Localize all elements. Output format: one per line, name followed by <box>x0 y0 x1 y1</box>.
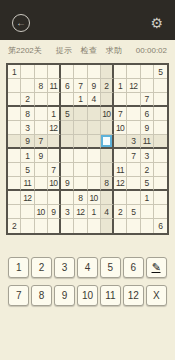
cell-r9c11[interactable]: 5 <box>141 177 154 191</box>
cell-r8c12[interactable] <box>154 163 167 177</box>
num-button-2[interactable]: 2 <box>31 257 52 278</box>
cell-r9c8[interactable]: 8 <box>101 177 114 191</box>
cell-r2c6[interactable]: 7 <box>74 79 87 93</box>
cell-r3c12[interactable] <box>154 93 167 107</box>
cell-r4c9[interactable]: 7 <box>114 107 127 121</box>
cell-r3c4[interactable] <box>48 93 61 107</box>
cell-r6c6[interactable] <box>74 135 87 149</box>
cell-r2c9[interactable]: 1 <box>114 79 127 93</box>
cell-r4c12[interactable] <box>154 107 167 121</box>
cell-r12c12[interactable]: 6 <box>154 219 167 233</box>
cell-r12c2[interactable] <box>21 219 34 233</box>
cell-r12c5[interactable] <box>61 219 74 233</box>
cell-r6c8[interactable] <box>101 135 114 149</box>
cell-r8c1[interactable] <box>8 163 21 177</box>
cell-r4c11[interactable]: 6 <box>141 107 154 121</box>
num-button-9[interactable]: 9 <box>54 285 75 306</box>
cell-r8c3[interactable] <box>35 163 48 177</box>
cell-r2c11[interactable] <box>141 79 154 93</box>
action-3[interactable]: 求助 <box>106 45 122 56</box>
cell-r3c1[interactable] <box>8 93 21 107</box>
cell-r4c8[interactable]: 10 <box>101 107 114 121</box>
cell-r7c12[interactable] <box>154 149 167 163</box>
cell-r2c12[interactable] <box>154 79 167 93</box>
cell-r6c9[interactable] <box>114 135 127 149</box>
cell-r4c4[interactable]: 1 <box>48 107 61 121</box>
cell-r8c7[interactable] <box>88 163 101 177</box>
cell-r9c7[interactable] <box>88 177 101 191</box>
pencil-button[interactable]: ✎ <box>146 257 167 278</box>
cell-r12c8[interactable] <box>101 219 114 233</box>
cell-r3c9[interactable] <box>114 93 127 107</box>
cell-r6c5[interactable] <box>61 135 74 149</box>
gear-icon: ⚙ <box>150 15 163 31</box>
cell-r2c3[interactable]: 8 <box>35 79 48 93</box>
cell-r3c7[interactable]: 4 <box>88 93 101 107</box>
cell-r5c11[interactable]: 9 <box>141 121 154 135</box>
cell-r5c8[interactable] <box>101 121 114 135</box>
cell-r4c5[interactable]: 5 <box>61 107 74 121</box>
cell-r7c4[interactable] <box>48 149 61 163</box>
cell-r8c2[interactable]: 5 <box>21 163 34 177</box>
cell-r11c9[interactable]: 2 <box>114 205 127 219</box>
cell-r10c5[interactable] <box>61 191 74 205</box>
cell-r10c6[interactable]: 8 <box>74 191 87 205</box>
cell-r12c9[interactable] <box>114 219 127 233</box>
cell-r5c1[interactable] <box>8 121 21 135</box>
cell-r5c9[interactable]: 10 <box>114 121 127 135</box>
cell-r10c7[interactable]: 10 <box>88 191 101 205</box>
cell-r8c5[interactable] <box>61 163 74 177</box>
back-button[interactable]: ← <box>12 14 30 32</box>
cell-r4c10[interactable] <box>127 107 140 121</box>
cell-r12c4[interactable] <box>48 219 61 233</box>
num-button-11[interactable]: 11 <box>100 285 121 306</box>
cell-r12c11[interactable] <box>141 219 154 233</box>
cell-r10c1[interactable] <box>8 191 21 205</box>
cell-r3c2[interactable]: 2 <box>21 93 34 107</box>
cell-r11c12[interactable] <box>154 205 167 219</box>
cell-r3c8[interactable] <box>101 93 114 107</box>
cell-r9c3[interactable] <box>35 177 48 191</box>
cell-r7c2[interactable]: 1 <box>21 149 34 163</box>
cell-r3c5[interactable] <box>61 93 74 107</box>
cell-r9c4[interactable]: 10 <box>48 177 61 191</box>
cell-r11c1[interactable] <box>8 205 21 219</box>
cell-r1c5[interactable] <box>61 65 74 79</box>
cell-r5c3[interactable] <box>35 121 48 135</box>
cell-r6c4[interactable] <box>48 135 61 149</box>
status-bar: 第2202关 提示检查求助 00:00:02 <box>0 40 175 60</box>
cell-r7c10[interactable]: 7 <box>127 149 140 163</box>
num-button-10[interactable]: 10 <box>77 285 98 306</box>
cell-r10c9[interactable] <box>114 191 127 205</box>
num-button-7[interactable]: 7 <box>8 285 29 306</box>
cell-r1c4[interactable] <box>48 65 61 79</box>
cell-r6c11[interactable]: 11 <box>141 135 154 149</box>
action-menu: 提示检查求助 <box>56 45 122 56</box>
cell-r2c4[interactable]: 11 <box>48 79 61 93</box>
cell-r2c2[interactable] <box>21 79 34 93</box>
sudoku-board: 1581167921122147815107631210997311197357… <box>6 63 169 235</box>
cell-r9c10[interactable] <box>127 177 140 191</box>
top-bar: ← ⚙ <box>0 0 175 40</box>
cell-r12c6[interactable] <box>74 219 87 233</box>
cell-r11c3[interactable]: 10 <box>35 205 48 219</box>
cell-r7c11[interactable]: 3 <box>141 149 154 163</box>
cell-r11c7[interactable]: 1 <box>88 205 101 219</box>
num-button-3[interactable]: 3 <box>54 257 75 278</box>
cell-r1c11[interactable] <box>141 65 154 79</box>
cell-r11c2[interactable] <box>21 205 34 219</box>
cell-r9c12[interactable] <box>154 177 167 191</box>
num-button-12[interactable]: 12 <box>123 285 144 306</box>
cell-r11c6[interactable]: 12 <box>74 205 87 219</box>
cell-r2c10[interactable]: 12 <box>127 79 140 93</box>
cell-r9c6[interactable] <box>74 177 87 191</box>
num-button-1[interactable]: 1 <box>8 257 29 278</box>
settings-button[interactable]: ⚙ <box>150 16 163 30</box>
cell-r6c7[interactable] <box>88 135 101 149</box>
cell-r6c1[interactable] <box>8 135 21 149</box>
cell-r9c9[interactable]: 12 <box>114 177 127 191</box>
cell-r2c8[interactable]: 2 <box>101 79 114 93</box>
cell-r6c10[interactable]: 3 <box>127 135 140 149</box>
cell-r5c7[interactable] <box>88 121 101 135</box>
erase-button[interactable]: X <box>146 285 167 306</box>
cell-r7c6[interactable] <box>74 149 87 163</box>
cell-r8c9[interactable]: 11 <box>114 163 127 177</box>
cell-r8c4[interactable]: 7 <box>48 163 61 177</box>
cell-r8c8[interactable] <box>101 163 114 177</box>
cell-r12c10[interactable] <box>127 219 140 233</box>
cell-r5c6[interactable] <box>74 121 87 135</box>
cell-r3c10[interactable] <box>127 93 140 107</box>
pencil-underline <box>152 272 161 274</box>
cell-r7c8[interactable] <box>101 149 114 163</box>
cell-r7c3[interactable]: 9 <box>35 149 48 163</box>
num-button-6[interactable]: 6 <box>123 257 144 278</box>
cell-r9c1[interactable] <box>8 177 21 191</box>
action-1[interactable]: 提示 <box>56 45 72 56</box>
cell-r1c6[interactable] <box>74 65 87 79</box>
cell-r12c3[interactable] <box>35 219 48 233</box>
num-button-5[interactable]: 5 <box>100 257 121 278</box>
cell-r12c7[interactable] <box>88 219 101 233</box>
cell-r2c5[interactable]: 6 <box>61 79 74 93</box>
cell-r10c2[interactable]: 12 <box>21 191 34 205</box>
cell-r11c10[interactable]: 5 <box>127 205 140 219</box>
cell-r8c11[interactable]: 2 <box>141 163 154 177</box>
cell-r5c5[interactable] <box>61 121 74 135</box>
cell-r1c10[interactable] <box>127 65 140 79</box>
cell-r1c12[interactable]: 5 <box>154 65 167 79</box>
cell-r9c5[interactable]: 9 <box>61 177 74 191</box>
level-label: 第2202关 <box>8 45 42 56</box>
cell-r7c1[interactable] <box>8 149 21 163</box>
cell-r10c8[interactable] <box>101 191 114 205</box>
cell-r1c2[interactable] <box>21 65 34 79</box>
cell-r11c5[interactable]: 3 <box>61 205 74 219</box>
cell-r6c2[interactable]: 9 <box>21 135 34 149</box>
cell-r10c12[interactable] <box>154 191 167 205</box>
cell-r4c2[interactable]: 8 <box>21 107 34 121</box>
cell-r3c11[interactable]: 7 <box>141 93 154 107</box>
action-2[interactable]: 检查 <box>81 45 97 56</box>
cell-r5c10[interactable] <box>127 121 140 135</box>
cell-r4c1[interactable] <box>8 107 21 121</box>
cell-r11c11[interactable] <box>141 205 154 219</box>
cell-r8c10[interactable] <box>127 163 140 177</box>
timer: 00:00:02 <box>136 46 167 55</box>
cell-r9c2[interactable]: 11 <box>21 177 34 191</box>
cell-r4c3[interactable] <box>35 107 48 121</box>
num-button-8[interactable]: 8 <box>31 285 52 306</box>
cell-r12c1[interactable]: 2 <box>8 219 21 233</box>
cell-r10c4[interactable] <box>48 191 61 205</box>
cell-r4c6[interactable] <box>74 107 87 121</box>
cell-r6c12[interactable] <box>154 135 167 149</box>
cell-r2c7[interactable]: 9 <box>88 79 101 93</box>
cell-r3c3[interactable] <box>35 93 48 107</box>
cell-r1c3[interactable] <box>35 65 48 79</box>
num-button-4[interactable]: 4 <box>77 257 98 278</box>
cell-r10c10[interactable] <box>127 191 140 205</box>
cell-r7c7[interactable] <box>88 149 101 163</box>
cell-r5c4[interactable]: 12 <box>48 121 61 135</box>
cell-r5c12[interactable] <box>154 121 167 135</box>
cell-r1c1[interactable]: 1 <box>8 65 21 79</box>
cell-r6c3[interactable]: 7 <box>35 135 48 149</box>
back-icon: ← <box>16 18 26 28</box>
cell-r1c8[interactable] <box>101 65 114 79</box>
cell-r7c9[interactable] <box>114 149 127 163</box>
cell-r8c6[interactable] <box>74 163 87 177</box>
cell-r7c5[interactable] <box>61 149 74 163</box>
cell-r1c7[interactable] <box>88 65 101 79</box>
cell-r11c4[interactable]: 9 <box>48 205 61 219</box>
cell-r11c8[interactable]: 4 <box>101 205 114 219</box>
number-pad: 123456✎789101112X <box>8 257 167 306</box>
cell-r3c6[interactable]: 1 <box>74 93 87 107</box>
cell-r2c1[interactable] <box>8 79 21 93</box>
cell-r1c9[interactable] <box>114 65 127 79</box>
cell-r5c2[interactable]: 3 <box>21 121 34 135</box>
cell-r4c7[interactable] <box>88 107 101 121</box>
cell-r10c3[interactable] <box>35 191 48 205</box>
cell-r10c11[interactable]: 1 <box>141 191 154 205</box>
